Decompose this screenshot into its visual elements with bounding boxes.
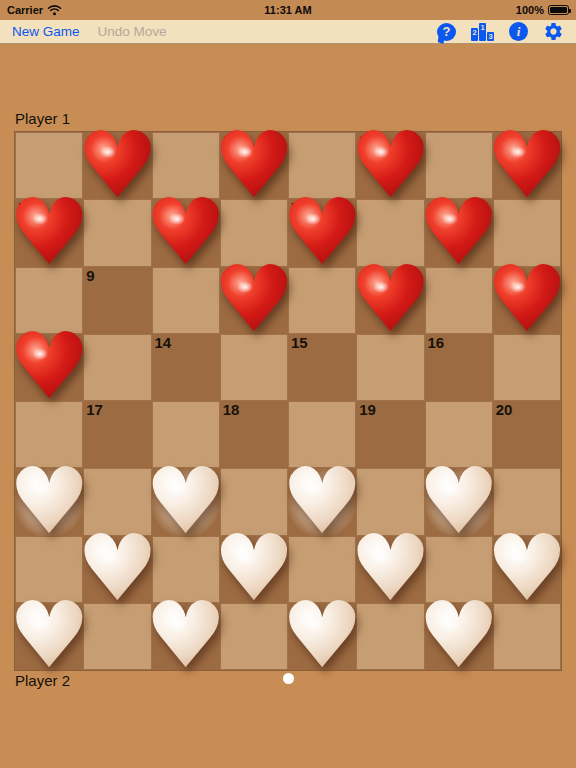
undo-move-button[interactable]: Undo Move (98, 24, 167, 39)
white-heart-piece-31[interactable]: ♥ (281, 590, 363, 682)
square-3[interactable]: 3♥ (356, 132, 424, 199)
clock-label: 11:31 AM (0, 4, 576, 16)
square-4[interactable]: 4♥ (493, 132, 561, 199)
square-9[interactable]: 9 (83, 267, 151, 334)
red-heart-piece-13[interactable]: ♥ (8, 321, 90, 413)
square-19[interactable]: 19 (356, 401, 424, 468)
square-18[interactable]: 18 (220, 401, 288, 468)
square-29[interactable]: 29♥ (15, 603, 83, 670)
leaderboard-icon[interactable]: 2 1 3 (471, 23, 494, 41)
help-icon[interactable]: ? (437, 23, 456, 41)
podium-bar-3: 3 (487, 32, 494, 41)
square-21[interactable]: 21♥ (15, 468, 83, 535)
white-heart-piece-32[interactable]: ♥ (417, 590, 499, 682)
square-2[interactable]: 2♥ (220, 132, 288, 199)
info-icon[interactable]: i (509, 22, 528, 41)
square-7[interactable]: 7♥ (288, 199, 356, 266)
square-16[interactable]: 16 (425, 334, 493, 401)
player1-label: Player 1 (15, 110, 70, 127)
square-14[interactable]: 14 (152, 334, 220, 401)
square-27[interactable]: 27♥ (356, 536, 424, 603)
podium-bar-2: 2 (471, 28, 478, 41)
square-23[interactable]: 23♥ (288, 468, 356, 535)
red-heart-piece-11[interactable]: ♥ (349, 254, 431, 346)
square-20[interactable]: 20 (493, 401, 561, 468)
app-screen: Carrier 11:31 AM 100% New Game Undo Move… (0, 0, 576, 768)
podium-bar-1: 1 (479, 23, 486, 41)
toolbar: New Game Undo Move ? 2 1 3 i (0, 20, 576, 44)
square-28[interactable]: 28♥ (493, 536, 561, 603)
square-number: 19 (359, 401, 376, 419)
light-square (83, 334, 151, 401)
red-heart-piece-10[interactable]: ♥ (213, 254, 295, 346)
square-25[interactable]: 25♥ (83, 536, 151, 603)
white-heart-piece-29[interactable]: ♥ (8, 590, 90, 682)
battery-icon (548, 5, 569, 15)
square-1[interactable]: 1♥ (83, 132, 151, 199)
settings-gear-icon[interactable] (543, 21, 564, 42)
red-heart-piece-5[interactable]: ♥ (8, 187, 90, 279)
square-8[interactable]: 8♥ (425, 199, 493, 266)
square-10[interactable]: 10♥ (220, 267, 288, 334)
square-5[interactable]: 5♥ (15, 199, 83, 266)
square-12[interactable]: 12♥ (493, 267, 561, 334)
square-number: 18 (223, 401, 240, 419)
square-6[interactable]: 6♥ (152, 199, 220, 266)
square-number: 20 (496, 401, 513, 419)
red-heart-piece-12[interactable]: ♥ (486, 254, 568, 346)
square-26[interactable]: 26♥ (220, 536, 288, 603)
square-32[interactable]: 32♥ (425, 603, 493, 670)
checkers-board: 1♥2♥3♥4♥5♥6♥7♥8♥910♥11♥12♥13♥14151617181… (14, 131, 562, 671)
square-24[interactable]: 24♥ (425, 468, 493, 535)
square-13[interactable]: 13♥ (15, 334, 83, 401)
status-bar: Carrier 11:31 AM 100% (0, 0, 576, 20)
square-22[interactable]: 22♥ (152, 468, 220, 535)
square-30[interactable]: 30♥ (152, 603, 220, 670)
square-11[interactable]: 11♥ (356, 267, 424, 334)
square-17[interactable]: 17 (83, 401, 151, 468)
square-number: 14 (155, 334, 172, 352)
square-31[interactable]: 31♥ (288, 603, 356, 670)
new-game-button[interactable]: New Game (12, 24, 80, 39)
square-15[interactable]: 15 (288, 334, 356, 401)
white-heart-piece-30[interactable]: ♥ (144, 590, 226, 682)
